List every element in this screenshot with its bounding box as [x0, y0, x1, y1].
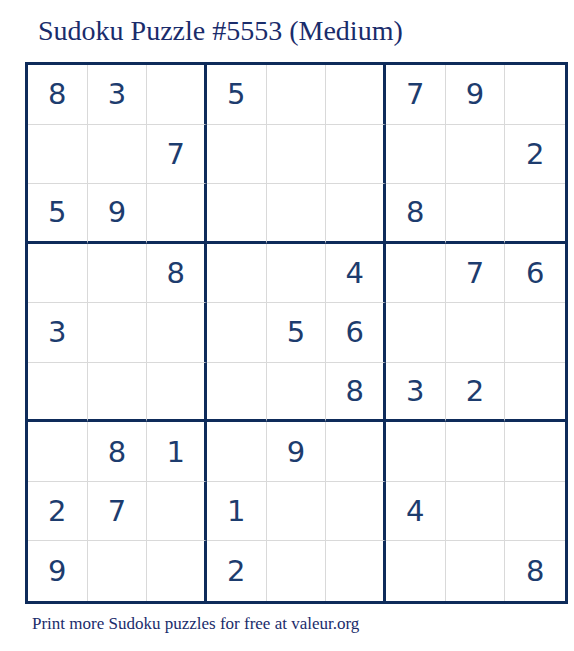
sudoku-cell-r8c9 — [505, 482, 565, 542]
footer-text: Print more Sudoku puzzles for free at va… — [32, 613, 359, 635]
sudoku-cell-r9c4: 2 — [207, 541, 267, 601]
sudoku-cell-r6c8: 2 — [446, 363, 506, 423]
sudoku-cell-r2c7 — [386, 125, 446, 185]
sudoku-cell-r2c2 — [88, 125, 148, 185]
sudoku-cell-r2c6 — [326, 125, 386, 185]
sudoku-cell-r1c2: 3 — [88, 65, 148, 125]
sudoku-cell-r1c4: 5 — [207, 65, 267, 125]
sudoku-cell-r9c3 — [147, 541, 207, 601]
sudoku-cell-r8c5 — [267, 482, 327, 542]
sudoku-cell-r6c4 — [207, 363, 267, 423]
sudoku-cell-r1c9 — [505, 65, 565, 125]
sudoku-cell-r5c3 — [147, 303, 207, 363]
sudoku-cell-r5c1: 3 — [28, 303, 88, 363]
sudoku-cell-r7c4 — [207, 422, 267, 482]
sudoku-cell-r8c8 — [446, 482, 506, 542]
sudoku-cell-r3c2: 9 — [88, 184, 148, 244]
sudoku-cell-r9c5 — [267, 541, 327, 601]
sudoku-cell-r3c5 — [267, 184, 327, 244]
sudoku-cell-r5c5: 5 — [267, 303, 327, 363]
sudoku-cell-r8c4: 1 — [207, 482, 267, 542]
sudoku-cell-r9c7 — [386, 541, 446, 601]
sudoku-cell-r7c3: 1 — [147, 422, 207, 482]
sudoku-cell-r4c1 — [28, 244, 88, 304]
sudoku-cell-r5c6: 6 — [326, 303, 386, 363]
sudoku-cell-r4c7 — [386, 244, 446, 304]
sudoku-cell-r5c4 — [207, 303, 267, 363]
sudoku-cell-r6c5 — [267, 363, 327, 423]
sudoku-cell-r6c9 — [505, 363, 565, 423]
sudoku-cell-r4c4 — [207, 244, 267, 304]
sudoku-cell-r6c6: 8 — [326, 363, 386, 423]
sudoku-cell-r6c1 — [28, 363, 88, 423]
sudoku-cell-r4c6: 4 — [326, 244, 386, 304]
sudoku-cell-r1c7: 7 — [386, 65, 446, 125]
sudoku-cell-r2c9: 2 — [505, 125, 565, 185]
sudoku-cell-r3c8 — [446, 184, 506, 244]
sudoku-cell-r9c6 — [326, 541, 386, 601]
sudoku-cell-r9c9: 8 — [505, 541, 565, 601]
sudoku-cell-r2c5 — [267, 125, 327, 185]
sudoku-cell-r6c2 — [88, 363, 148, 423]
sudoku-cell-r8c6 — [326, 482, 386, 542]
sudoku-cell-r4c8: 7 — [446, 244, 506, 304]
sudoku-cell-r3c6 — [326, 184, 386, 244]
sudoku-cell-r1c6 — [326, 65, 386, 125]
sudoku-cell-r7c5: 9 — [267, 422, 327, 482]
sudoku-cell-r2c1 — [28, 125, 88, 185]
sudoku-board: 835797259884763568328192714928 — [25, 62, 568, 604]
sudoku-cell-r7c1 — [28, 422, 88, 482]
sudoku-cell-r2c4 — [207, 125, 267, 185]
sudoku-cell-r7c9 — [505, 422, 565, 482]
sudoku-cell-r5c2 — [88, 303, 148, 363]
sudoku-cell-r8c7: 4 — [386, 482, 446, 542]
sudoku-cell-r9c1: 9 — [28, 541, 88, 601]
sudoku-cell-r5c8 — [446, 303, 506, 363]
sudoku-cell-r5c9 — [505, 303, 565, 363]
sudoku-cell-r2c8 — [446, 125, 506, 185]
sudoku-cell-r4c5 — [267, 244, 327, 304]
sudoku-cell-r8c2: 7 — [88, 482, 148, 542]
sudoku-cell-r1c3 — [147, 65, 207, 125]
sudoku-cell-r1c8: 9 — [446, 65, 506, 125]
sudoku-cell-r1c1: 8 — [28, 65, 88, 125]
sudoku-cell-r7c7 — [386, 422, 446, 482]
sudoku-cell-r8c1: 2 — [28, 482, 88, 542]
sudoku-cell-r4c9: 6 — [505, 244, 565, 304]
sudoku-cell-r2c3: 7 — [147, 125, 207, 185]
sudoku-cell-r3c3 — [147, 184, 207, 244]
sudoku-cell-r4c2 — [88, 244, 148, 304]
page-title: Sudoku Puzzle #5553 (Medium) — [38, 14, 403, 48]
sudoku-cell-r4c3: 8 — [147, 244, 207, 304]
sudoku-cell-r6c7: 3 — [386, 363, 446, 423]
sudoku-cell-r9c2 — [88, 541, 148, 601]
sudoku-cell-r6c3 — [147, 363, 207, 423]
sudoku-cell-r3c7: 8 — [386, 184, 446, 244]
sudoku-cell-r3c9 — [505, 184, 565, 244]
page: Sudoku Puzzle #5553 (Medium) 83579725988… — [0, 0, 574, 651]
sudoku-cell-r1c5 — [267, 65, 327, 125]
sudoku-cell-r9c8 — [446, 541, 506, 601]
sudoku-cell-r5c7 — [386, 303, 446, 363]
sudoku-cell-r7c6 — [326, 422, 386, 482]
sudoku-cell-r7c2: 8 — [88, 422, 148, 482]
sudoku-cell-r7c8 — [446, 422, 506, 482]
sudoku-cell-r3c4 — [207, 184, 267, 244]
sudoku-cell-r3c1: 5 — [28, 184, 88, 244]
sudoku-cell-r8c3 — [147, 482, 207, 542]
